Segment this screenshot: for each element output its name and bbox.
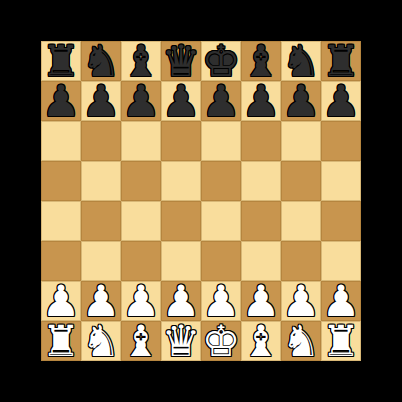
square-f3[interactable] (241, 241, 281, 281)
page-background: { "game": "chess", "position": { "fen": … (0, 0, 402, 402)
piece-white-rook[interactable]: ♜ (322, 321, 361, 361)
piece-black-pawn[interactable]: ♟ (82, 81, 121, 121)
square-d1[interactable]: ♛ (161, 321, 201, 361)
square-d5[interactable] (161, 161, 201, 201)
square-e6[interactable] (201, 121, 241, 161)
piece-black-pawn[interactable]: ♟ (42, 81, 81, 121)
piece-white-rook[interactable]: ♜ (42, 321, 81, 361)
square-c4[interactable] (121, 201, 161, 241)
piece-white-pawn[interactable]: ♟ (42, 281, 81, 321)
square-a7[interactable]: ♟ (41, 81, 81, 121)
square-f6[interactable] (241, 121, 281, 161)
piece-black-pawn[interactable]: ♟ (282, 81, 321, 121)
square-f5[interactable] (241, 161, 281, 201)
square-d3[interactable] (161, 241, 201, 281)
square-b8[interactable]: ♞ (81, 41, 121, 81)
square-a2[interactable]: ♟ (41, 281, 81, 321)
square-d6[interactable] (161, 121, 201, 161)
piece-black-king[interactable]: ♚ (202, 41, 241, 81)
piece-black-rook[interactable]: ♜ (322, 41, 361, 81)
piece-black-queen[interactable]: ♛ (162, 41, 201, 81)
square-h8[interactable]: ♜ (321, 41, 361, 81)
square-b7[interactable]: ♟ (81, 81, 121, 121)
square-b2[interactable]: ♟ (81, 281, 121, 321)
square-g8[interactable]: ♞ (281, 41, 321, 81)
piece-black-pawn[interactable]: ♟ (202, 81, 241, 121)
square-g4[interactable] (281, 201, 321, 241)
square-a6[interactable] (41, 121, 81, 161)
square-b1[interactable]: ♞ (81, 321, 121, 361)
piece-white-pawn[interactable]: ♟ (282, 281, 321, 321)
square-a1[interactable]: ♜ (41, 321, 81, 361)
square-d2[interactable]: ♟ (161, 281, 201, 321)
square-h1[interactable]: ♜ (321, 321, 361, 361)
square-a4[interactable] (41, 201, 81, 241)
square-e5[interactable] (201, 161, 241, 201)
square-a3[interactable] (41, 241, 81, 281)
piece-black-knight[interactable]: ♞ (282, 41, 321, 81)
square-h4[interactable] (321, 201, 361, 241)
square-d8[interactable]: ♛ (161, 41, 201, 81)
piece-white-pawn[interactable]: ♟ (202, 281, 241, 321)
square-e1[interactable]: ♚ (201, 321, 241, 361)
piece-white-pawn[interactable]: ♟ (122, 281, 161, 321)
square-b4[interactable] (81, 201, 121, 241)
square-c2[interactable]: ♟ (121, 281, 161, 321)
square-g1[interactable]: ♞ (281, 321, 321, 361)
square-f8[interactable]: ♝ (241, 41, 281, 81)
piece-black-pawn[interactable]: ♟ (242, 81, 281, 121)
square-a5[interactable] (41, 161, 81, 201)
square-f4[interactable] (241, 201, 281, 241)
square-c6[interactable] (121, 121, 161, 161)
piece-white-bishop[interactable]: ♝ (122, 321, 161, 361)
square-c1[interactable]: ♝ (121, 321, 161, 361)
square-e4[interactable] (201, 201, 241, 241)
piece-white-knight[interactable]: ♞ (82, 321, 121, 361)
square-f2[interactable]: ♟ (241, 281, 281, 321)
piece-white-pawn[interactable]: ♟ (322, 281, 361, 321)
square-a8[interactable]: ♜ (41, 41, 81, 81)
square-d4[interactable] (161, 201, 201, 241)
square-e3[interactable] (201, 241, 241, 281)
piece-black-pawn[interactable]: ♟ (122, 81, 161, 121)
square-h3[interactable] (321, 241, 361, 281)
piece-black-knight[interactable]: ♞ (82, 41, 121, 81)
piece-black-rook[interactable]: ♜ (42, 41, 81, 81)
square-g2[interactable]: ♟ (281, 281, 321, 321)
square-f7[interactable]: ♟ (241, 81, 281, 121)
piece-white-pawn[interactable]: ♟ (82, 281, 121, 321)
square-g3[interactable] (281, 241, 321, 281)
square-e2[interactable]: ♟ (201, 281, 241, 321)
square-h6[interactable] (321, 121, 361, 161)
piece-white-pawn[interactable]: ♟ (162, 281, 201, 321)
piece-black-bishop[interactable]: ♝ (242, 41, 281, 81)
square-e8[interactable]: ♚ (201, 41, 241, 81)
chess-board: ♜♞♝♛♚♝♞♜♟♟♟♟♟♟♟♟♟♟♟♟♟♟♟♟♜♞♝♛♚♝♞♜ (41, 41, 361, 361)
square-b6[interactable] (81, 121, 121, 161)
square-e7[interactable]: ♟ (201, 81, 241, 121)
piece-white-queen[interactable]: ♛ (162, 321, 201, 361)
square-g7[interactable]: ♟ (281, 81, 321, 121)
square-h5[interactable] (321, 161, 361, 201)
piece-black-pawn[interactable]: ♟ (162, 81, 201, 121)
piece-white-bishop[interactable]: ♝ (242, 321, 281, 361)
square-b5[interactable] (81, 161, 121, 201)
square-b3[interactable] (81, 241, 121, 281)
square-c7[interactable]: ♟ (121, 81, 161, 121)
piece-white-pawn[interactable]: ♟ (242, 281, 281, 321)
square-h2[interactable]: ♟ (321, 281, 361, 321)
square-f1[interactable]: ♝ (241, 321, 281, 361)
piece-black-pawn[interactable]: ♟ (322, 81, 361, 121)
square-c5[interactable] (121, 161, 161, 201)
square-h7[interactable]: ♟ (321, 81, 361, 121)
square-c8[interactable]: ♝ (121, 41, 161, 81)
square-g5[interactable] (281, 161, 321, 201)
square-g6[interactable] (281, 121, 321, 161)
piece-white-king[interactable]: ♚ (202, 321, 241, 361)
square-c3[interactable] (121, 241, 161, 281)
piece-black-bishop[interactable]: ♝ (122, 41, 161, 81)
square-d7[interactable]: ♟ (161, 81, 201, 121)
piece-white-knight[interactable]: ♞ (282, 321, 321, 361)
